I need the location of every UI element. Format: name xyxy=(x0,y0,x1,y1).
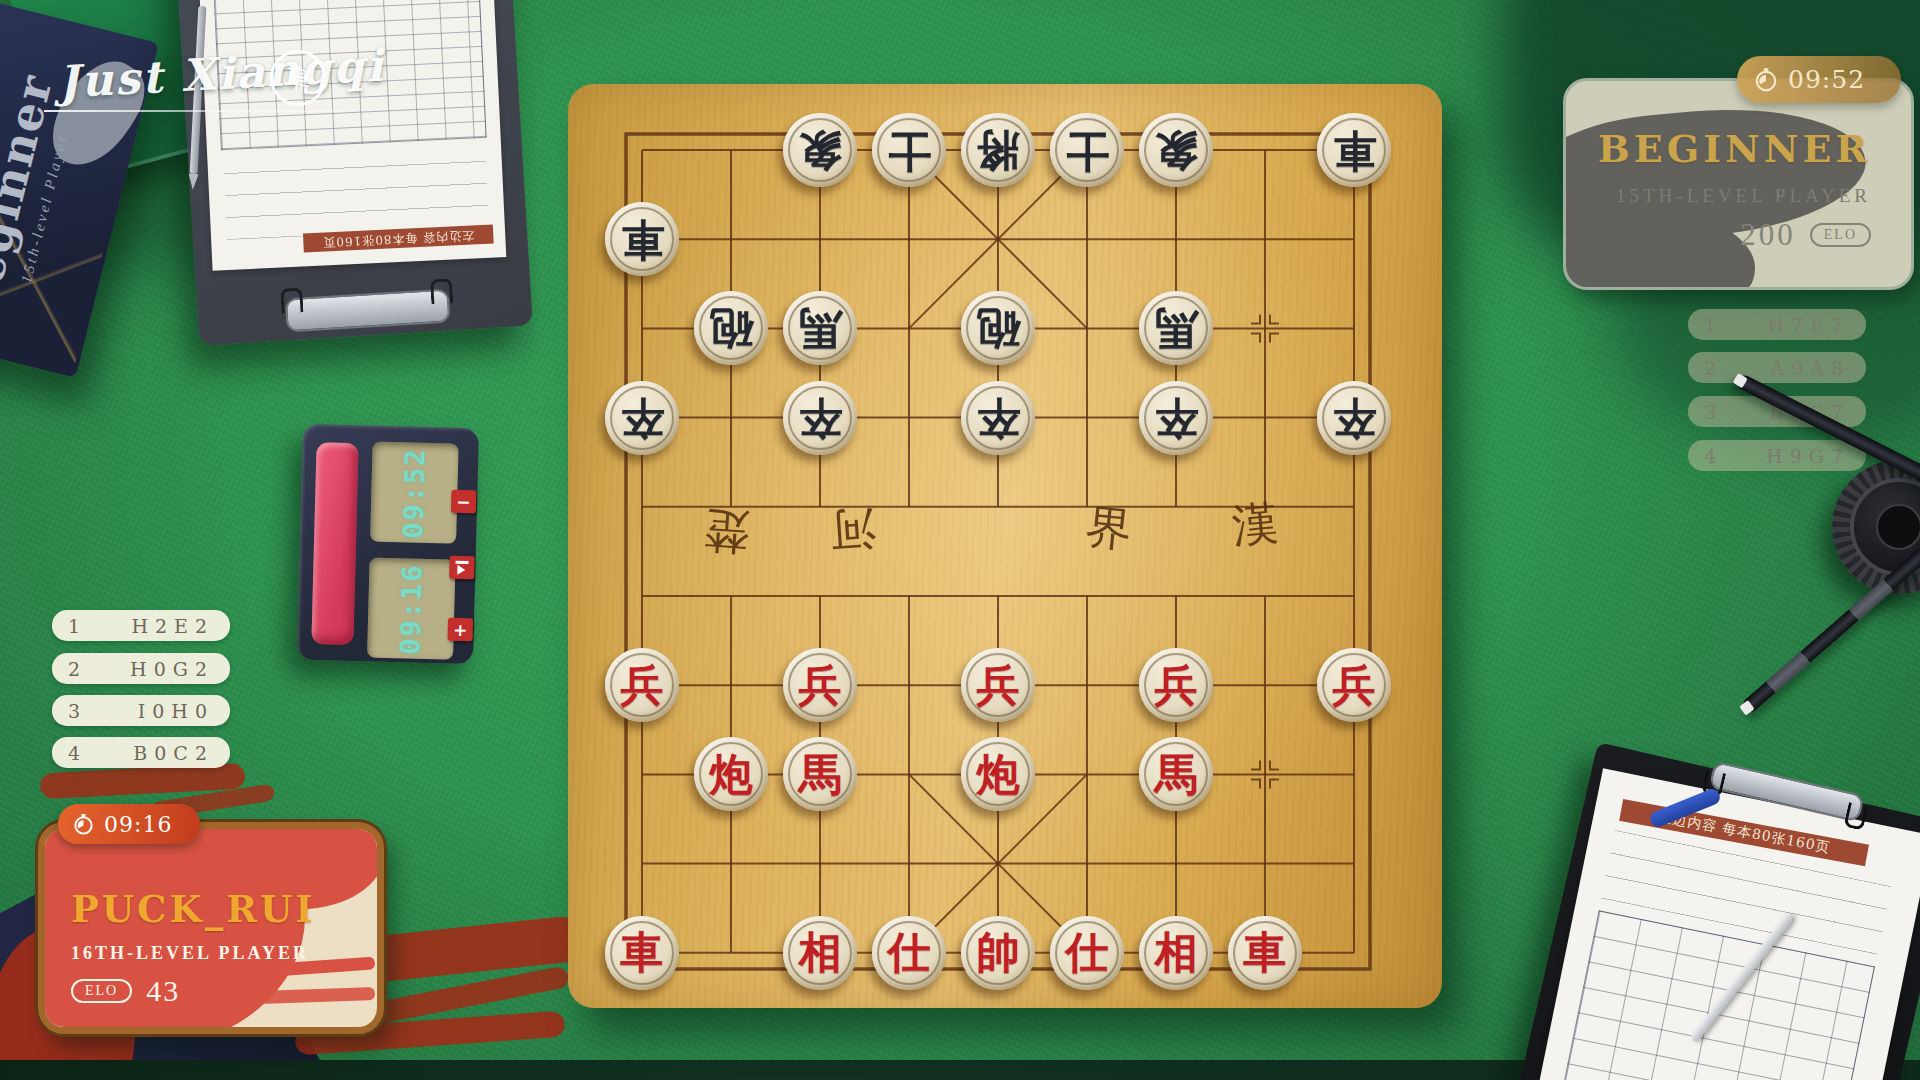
player-card-bottom: PUCK_RUI 16TH-LEVEL PLAYER ELO 43 xyxy=(38,822,384,1034)
player-level-top: 15TH-LEVEL PLAYER xyxy=(1566,185,1871,207)
logo-text: Just Xiangqi xyxy=(57,39,386,107)
pieces-layer: 車相仕帥仕相車炮馬炮馬兵兵兵兵兵卒卒卒卒卒砲馬砲馬車象士將士象車 xyxy=(568,84,1442,1008)
move-number: 2 xyxy=(68,658,80,680)
move-number: 4 xyxy=(1704,445,1716,467)
piece-black-cannon-e7[interactable]: 砲 xyxy=(961,291,1035,365)
move-text: H7E7 xyxy=(1767,314,1850,336)
move-number: 3 xyxy=(1704,401,1716,423)
clock-time-top: 09:52 xyxy=(398,447,431,539)
move-number: 4 xyxy=(68,742,80,764)
clock-lever-button[interactable] xyxy=(311,442,358,645)
timer-pill-top: 09:52 xyxy=(1737,56,1901,103)
piece-black-general-e9[interactable]: 將 xyxy=(961,113,1035,187)
piece-red-soldier-e3[interactable]: 兵 xyxy=(961,648,1035,722)
move-text: H0G2 xyxy=(130,658,214,680)
move-text: A9A8 xyxy=(1770,357,1850,379)
clock-display-bottom: 09:16 xyxy=(367,558,456,660)
pause-bar-icon xyxy=(456,561,469,564)
timer-value-bottom: 09:16 xyxy=(104,812,172,837)
piece-black-chariot-a8[interactable]: 車 xyxy=(605,202,679,276)
clock-minus-button[interactable]: − xyxy=(451,490,477,514)
move-text: H9G7 xyxy=(1766,445,1850,467)
move-text: I0H0 xyxy=(138,700,214,722)
piece-black-advisor-f9[interactable]: 士 xyxy=(1050,113,1124,187)
red-paint-stroke xyxy=(39,763,245,800)
piece-black-soldier-c6[interactable]: 卒 xyxy=(783,381,857,455)
timer-pill-bottom: 09:16 xyxy=(58,804,200,844)
piece-red-soldier-i3[interactable]: 兵 xyxy=(1317,648,1391,722)
piece-black-soldier-a6[interactable]: 卒 xyxy=(605,381,679,455)
piece-red-general-e0[interactable]: 帥 xyxy=(961,916,1035,990)
piece-red-elephant-g0[interactable]: 相 xyxy=(1139,916,1213,990)
play-triangle-icon xyxy=(457,565,465,575)
player-level-bottom: 16TH-LEVEL PLAYER xyxy=(71,943,377,964)
piece-red-advisor-d0[interactable]: 仕 xyxy=(872,916,946,990)
piece-black-soldier-e6[interactable]: 卒 xyxy=(961,381,1035,455)
piece-black-soldier-g6[interactable]: 卒 xyxy=(1139,381,1213,455)
move-text: H2E2 xyxy=(131,615,214,637)
black-pen xyxy=(1740,546,1920,715)
logo-underline xyxy=(44,110,344,112)
piece-red-horse-c2[interactable]: 馬 xyxy=(783,737,857,811)
piece-red-chariot-a0[interactable]: 車 xyxy=(605,916,679,990)
move-number: 3 xyxy=(68,700,80,722)
move-row[interactable]: 2 H0G2 xyxy=(52,653,230,684)
clock-mode-button[interactable] xyxy=(449,556,475,580)
piece-black-elephant-c9[interactable]: 象 xyxy=(783,113,857,187)
piece-black-soldier-i6[interactable]: 卒 xyxy=(1317,381,1391,455)
xiangqi-board[interactable]: 楚 河 界 漢 車相仕帥仕相車炮馬炮馬兵兵兵兵兵卒卒卒卒卒砲馬砲馬車象士將士象車 xyxy=(568,84,1442,1008)
piece-red-cannon-e2[interactable]: 炮 xyxy=(961,737,1035,811)
timer-icon xyxy=(1753,67,1779,93)
piece-black-cannon-b7[interactable]: 砲 xyxy=(694,291,768,365)
timer-icon xyxy=(72,813,95,836)
move-row[interactable]: 4 H9G7 xyxy=(1688,440,1866,471)
elo-value-top: 200 xyxy=(1740,217,1796,253)
piece-red-cannon-b2[interactable]: 炮 xyxy=(694,737,768,811)
piece-black-horse-c7[interactable]: 馬 xyxy=(783,291,857,365)
piece-black-horse-g7[interactable]: 馬 xyxy=(1139,291,1213,365)
move-row[interactable]: 1 H2E2 xyxy=(52,610,230,641)
move-row[interactable]: 2 A9A8 xyxy=(1688,352,1866,383)
chess-clock: 09:52 09:16 − + xyxy=(297,424,479,665)
move-row[interactable]: 4 B0C2 xyxy=(52,737,230,768)
piece-red-soldier-c3[interactable]: 兵 xyxy=(783,648,857,722)
piece-black-chariot-i9[interactable]: 車 xyxy=(1317,113,1391,187)
timer-value-top: 09:52 xyxy=(1788,65,1865,94)
logo: Just Xiangqi 車 xyxy=(58,48,385,99)
elo-value-bottom: 43 xyxy=(146,974,180,1008)
elo-badge-bottom: ELO xyxy=(71,979,132,1003)
move-number: 2 xyxy=(1704,357,1716,379)
player-name-top: BEGINNER xyxy=(1566,126,1871,171)
piece-red-chariot-h0[interactable]: 車 xyxy=(1228,916,1302,990)
piece-red-soldier-a3[interactable]: 兵 xyxy=(605,648,679,722)
player-card-top: BEGINNER 15TH-LEVEL PLAYER 200 ELO xyxy=(1563,78,1914,290)
move-number: 1 xyxy=(1704,314,1716,336)
piece-black-advisor-d9[interactable]: 士 xyxy=(872,113,946,187)
binder-clip xyxy=(285,288,451,332)
red-paint-stroke xyxy=(360,965,570,1027)
player-name-bottom: PUCK_RUI xyxy=(71,887,377,931)
move-row[interactable]: 3 I0H0 xyxy=(52,695,230,726)
piece-red-advisor-f0[interactable]: 仕 xyxy=(1050,916,1124,990)
piece-red-horse-g2[interactable]: 馬 xyxy=(1139,737,1213,811)
move-text: B0C2 xyxy=(133,742,214,764)
elo-badge-top: ELO xyxy=(1810,223,1871,247)
move-number: 1 xyxy=(68,615,80,637)
piece-black-elephant-g9[interactable]: 象 xyxy=(1139,113,1213,187)
clock-display-top: 09:52 xyxy=(370,442,459,544)
piece-red-elephant-c0[interactable]: 相 xyxy=(783,916,857,990)
piece-red-soldier-g3[interactable]: 兵 xyxy=(1139,648,1213,722)
clock-time-bottom: 09:16 xyxy=(395,563,428,655)
clock-plus-button[interactable]: + xyxy=(447,618,473,642)
move-row[interactable]: 1 H7E7 xyxy=(1688,309,1866,340)
